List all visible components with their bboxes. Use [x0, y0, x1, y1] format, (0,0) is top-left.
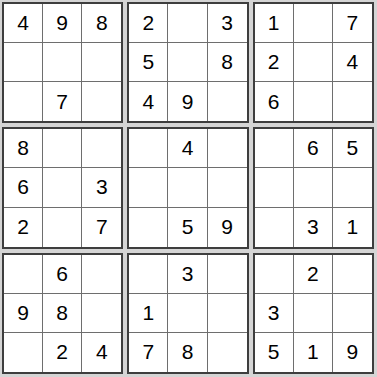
cell-r9c5[interactable]: 8 — [168, 333, 207, 372]
cell-r5c1[interactable]: 6 — [4, 168, 43, 207]
cell-r3c2[interactable]: 7 — [43, 82, 82, 121]
cell-r7c5[interactable]: 3 — [168, 255, 207, 294]
cell-r9c3[interactable]: 4 — [82, 333, 121, 372]
cell-r6c1[interactable]: 2 — [4, 208, 43, 247]
cell-r7c7[interactable] — [255, 255, 294, 294]
cell-r7c9[interactable] — [333, 255, 372, 294]
cell-r4c6[interactable] — [208, 129, 247, 168]
cell-r3c7[interactable]: 6 — [255, 82, 294, 121]
cell-r9c6[interactable] — [208, 333, 247, 372]
cell-r7c6[interactable] — [208, 255, 247, 294]
cell-r7c4[interactable] — [129, 255, 168, 294]
cell-r3c5[interactable]: 9 — [168, 82, 207, 121]
cell-r1c4[interactable]: 2 — [129, 4, 168, 43]
cell-r9c4[interactable]: 7 — [129, 333, 168, 372]
sudoku-box-r2c2: 459 — [127, 127, 248, 248]
cell-r7c1[interactable] — [4, 255, 43, 294]
cell-r3c8[interactable] — [294, 82, 333, 121]
cell-r6c4[interactable] — [129, 208, 168, 247]
cell-r5c6[interactable] — [208, 168, 247, 207]
cell-r5c9[interactable] — [333, 168, 372, 207]
cell-r5c3[interactable]: 3 — [82, 168, 121, 207]
cell-r7c3[interactable] — [82, 255, 121, 294]
cell-r3c4[interactable]: 4 — [129, 82, 168, 121]
cell-r8c7[interactable]: 3 — [255, 294, 294, 333]
cell-r6c7[interactable] — [255, 208, 294, 247]
sudoku-box-r1c1: 4987 — [2, 2, 123, 123]
cell-r9c1[interactable] — [4, 333, 43, 372]
cell-r6c3[interactable]: 7 — [82, 208, 121, 247]
cell-r8c4[interactable]: 1 — [129, 294, 168, 333]
sudoku-box-r1c3: 17246 — [253, 2, 374, 123]
cell-r9c2[interactable]: 2 — [43, 333, 82, 372]
cell-r8c1[interactable]: 9 — [4, 294, 43, 333]
cell-r2c1[interactable] — [4, 43, 43, 82]
cell-r7c2[interactable]: 6 — [43, 255, 82, 294]
cell-r8c9[interactable] — [333, 294, 372, 333]
cell-r5c8[interactable] — [294, 168, 333, 207]
sudoku-box-r1c2: 235849 — [127, 2, 248, 123]
cell-r1c2[interactable]: 9 — [43, 4, 82, 43]
sudoku-box-r3c2: 3178 — [127, 253, 248, 374]
cell-r6c2[interactable] — [43, 208, 82, 247]
cell-r2c3[interactable] — [82, 43, 121, 82]
cell-r6c9[interactable]: 1 — [333, 208, 372, 247]
cell-r4c1[interactable]: 8 — [4, 129, 43, 168]
cell-r2c2[interactable] — [43, 43, 82, 82]
cell-r8c5[interactable] — [168, 294, 207, 333]
cell-r4c2[interactable] — [43, 129, 82, 168]
cell-r9c7[interactable]: 5 — [255, 333, 294, 372]
cell-r5c2[interactable] — [43, 168, 82, 207]
sudoku-box-r2c1: 86327 — [2, 127, 123, 248]
sudoku-box-r3c1: 69824 — [2, 253, 123, 374]
cell-r4c3[interactable] — [82, 129, 121, 168]
cell-r8c2[interactable]: 8 — [43, 294, 82, 333]
cell-r2c5[interactable] — [168, 43, 207, 82]
cell-r1c9[interactable]: 7 — [333, 4, 372, 43]
cell-r3c1[interactable] — [4, 82, 43, 121]
cell-r1c8[interactable] — [294, 4, 333, 43]
cell-r4c8[interactable]: 6 — [294, 129, 333, 168]
cell-r1c7[interactable]: 1 — [255, 4, 294, 43]
cell-r8c8[interactable] — [294, 294, 333, 333]
cell-r5c7[interactable] — [255, 168, 294, 207]
cell-r8c3[interactable] — [82, 294, 121, 333]
cell-r2c6[interactable]: 8 — [208, 43, 247, 82]
cell-r5c4[interactable] — [129, 168, 168, 207]
sudoku-board: 4987235849172468632745965316982431782351… — [0, 0, 377, 377]
cell-r3c6[interactable] — [208, 82, 247, 121]
cell-r6c8[interactable]: 3 — [294, 208, 333, 247]
cell-r1c3[interactable]: 8 — [82, 4, 121, 43]
cell-r1c5[interactable] — [168, 4, 207, 43]
cell-r7c8[interactable]: 2 — [294, 255, 333, 294]
cell-r4c9[interactable]: 5 — [333, 129, 372, 168]
cell-r6c5[interactable]: 5 — [168, 208, 207, 247]
cell-r4c4[interactable] — [129, 129, 168, 168]
cell-r3c3[interactable] — [82, 82, 121, 121]
sudoku-box-r2c3: 6531 — [253, 127, 374, 248]
cell-r5c5[interactable] — [168, 168, 207, 207]
cell-r4c5[interactable]: 4 — [168, 129, 207, 168]
cell-r2c8[interactable] — [294, 43, 333, 82]
cell-r1c1[interactable]: 4 — [4, 4, 43, 43]
cell-r9c9[interactable]: 9 — [333, 333, 372, 372]
cell-r3c9[interactable] — [333, 82, 372, 121]
cell-r1c6[interactable]: 3 — [208, 4, 247, 43]
cell-r2c7[interactable]: 2 — [255, 43, 294, 82]
cell-r6c6[interactable]: 9 — [208, 208, 247, 247]
cell-r8c6[interactable] — [208, 294, 247, 333]
sudoku-box-r3c3: 23519 — [253, 253, 374, 374]
cell-r2c4[interactable]: 5 — [129, 43, 168, 82]
cell-r4c7[interactable] — [255, 129, 294, 168]
cell-r9c8[interactable]: 1 — [294, 333, 333, 372]
cell-r2c9[interactable]: 4 — [333, 43, 372, 82]
